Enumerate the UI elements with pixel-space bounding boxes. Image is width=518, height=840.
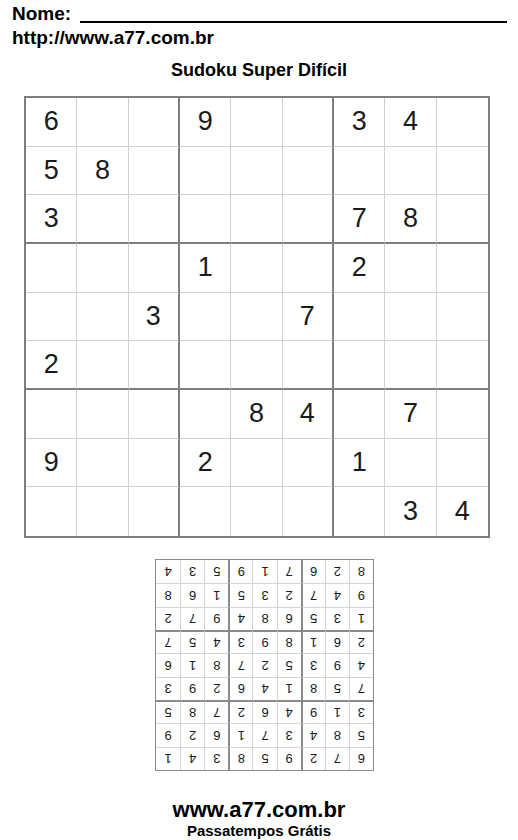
cell-r5c6: 7 xyxy=(283,293,334,342)
cell-r5c4[interactable] xyxy=(180,293,231,342)
solution-cell-r4c7: 2 xyxy=(204,677,228,700)
solution-cell-r6c5: 9 xyxy=(252,630,276,653)
cell-r4c7: 2 xyxy=(334,244,385,293)
solution-cell-r8c9: 8 xyxy=(156,583,180,606)
solution-cell-r3c9: 5 xyxy=(156,700,180,723)
cell-r4c4: 1 xyxy=(180,244,231,293)
solution-cell-r9c5: 1 xyxy=(252,560,276,583)
cell-r6c1: 2 xyxy=(26,341,77,390)
name-label: Nome: xyxy=(12,3,71,24)
cell-r7c8: 7 xyxy=(385,390,436,439)
cell-r9c2[interactable] xyxy=(77,487,128,536)
solution-cell-r9c8: 3 xyxy=(180,560,204,583)
solution-cell-r7c9: 2 xyxy=(156,607,180,630)
cell-r9c8: 3 xyxy=(385,487,436,536)
cell-r6c4[interactable] xyxy=(180,341,231,390)
solution-cell-r8c4: 2 xyxy=(277,583,301,606)
solution-cell-r4c3: 8 xyxy=(301,677,325,700)
solution-cell-r4c4: 1 xyxy=(277,677,301,700)
cell-r4c3[interactable] xyxy=(129,244,180,293)
solution-cell-r9c7: 5 xyxy=(204,560,228,583)
cell-r4c2[interactable] xyxy=(77,244,128,293)
solution-cell-r9c6: 9 xyxy=(228,560,252,583)
cell-r7c7[interactable] xyxy=(334,390,385,439)
cell-r4c8[interactable] xyxy=(385,244,436,293)
solution-cell-r6c6: 3 xyxy=(228,630,252,653)
solution-cell-r7c5: 8 xyxy=(252,607,276,630)
solution-cell-r8c7: 1 xyxy=(204,583,228,606)
cell-r6c7[interactable] xyxy=(334,341,385,390)
solution-cell-r7c7: 9 xyxy=(204,607,228,630)
solution-cell-r8c8: 6 xyxy=(180,583,204,606)
solution-cell-r5c7: 8 xyxy=(204,653,228,676)
footer-site: www.a77.com.br xyxy=(0,797,518,823)
cell-r8c2[interactable] xyxy=(77,439,128,488)
solution-cell-r9c9: 4 xyxy=(156,560,180,583)
solution-cell-r3c1: 3 xyxy=(349,700,373,723)
solution-cell-r9c4: 7 xyxy=(277,560,301,583)
cell-r7c2[interactable] xyxy=(77,390,128,439)
cell-r5c1[interactable] xyxy=(26,293,77,342)
cell-r9c5[interactable] xyxy=(231,487,282,536)
cell-r3c7: 7 xyxy=(334,195,385,244)
cell-r3c9[interactable] xyxy=(437,195,488,244)
solution-cell-r4c1: 7 xyxy=(349,677,373,700)
cell-r6c2[interactable] xyxy=(77,341,128,390)
solution-cell-r1c2: 7 xyxy=(325,747,349,770)
site-url: http://www.a77.com.br xyxy=(12,27,214,49)
cell-r8c7: 1 xyxy=(334,439,385,488)
solution-cell-r1c4: 9 xyxy=(277,747,301,770)
cell-r3c4[interactable] xyxy=(180,195,231,244)
solution-cell-r1c8: 4 xyxy=(180,747,204,770)
cell-r9c6[interactable] xyxy=(283,487,334,536)
solution-cell-r7c2: 3 xyxy=(325,607,349,630)
cell-r9c7[interactable] xyxy=(334,487,385,536)
cell-r8c1: 9 xyxy=(26,439,77,488)
cell-r8c6[interactable] xyxy=(283,439,334,488)
cell-r7c3[interactable] xyxy=(129,390,180,439)
cell-r1c3[interactable] xyxy=(129,98,180,147)
solution-cell-r5c3: 3 xyxy=(301,653,325,676)
solution-cell-r4c9: 3 xyxy=(156,677,180,700)
cell-r9c1[interactable] xyxy=(26,487,77,536)
solution-cell-r7c4: 6 xyxy=(277,607,301,630)
solution-cell-r2c3: 4 xyxy=(301,723,325,746)
solution-cell-r9c3: 6 xyxy=(301,560,325,583)
cell-r2c2: 8 xyxy=(77,147,128,196)
cell-r8c5[interactable] xyxy=(231,439,282,488)
solution-cell-r3c2: 1 xyxy=(325,700,349,723)
cell-r3c6[interactable] xyxy=(283,195,334,244)
solution-cell-r5c9: 6 xyxy=(156,653,180,676)
solution-cell-r4c5: 4 xyxy=(252,677,276,700)
solution-cell-r1c9: 1 xyxy=(156,747,180,770)
solution-cell-r7c3: 5 xyxy=(301,607,325,630)
cell-r1c5[interactable] xyxy=(231,98,282,147)
cell-r2c6[interactable] xyxy=(283,147,334,196)
solution-board: 6729583415843716293194627857581462934935… xyxy=(155,559,374,771)
cell-r2c1: 5 xyxy=(26,147,77,196)
cell-r3c2[interactable] xyxy=(77,195,128,244)
solution-cell-r2c8: 2 xyxy=(180,723,204,746)
cell-r2c4[interactable] xyxy=(180,147,231,196)
solution-cell-r8c3: 7 xyxy=(301,583,325,606)
cell-r7c1[interactable] xyxy=(26,390,77,439)
solution-cell-r1c3: 2 xyxy=(301,747,325,770)
name-row: Nome: xyxy=(12,3,507,24)
solution-cell-r2c7: 6 xyxy=(204,723,228,746)
name-blank-line xyxy=(80,21,507,23)
solution-cell-r1c6: 8 xyxy=(228,747,252,770)
solution-cell-r9c1: 8 xyxy=(349,560,373,583)
cell-r4c9[interactable] xyxy=(437,244,488,293)
cell-r1c4: 9 xyxy=(180,98,231,147)
cell-r4c6[interactable] xyxy=(283,244,334,293)
solution-cell-r3c5: 6 xyxy=(252,700,276,723)
cell-r5c3: 3 xyxy=(129,293,180,342)
solution-cell-r2c9: 9 xyxy=(156,723,180,746)
cell-r1c7: 3 xyxy=(334,98,385,147)
cell-r9c9: 4 xyxy=(437,487,488,536)
cell-r3c5[interactable] xyxy=(231,195,282,244)
page-title: Sudoku Super Difícil xyxy=(0,60,518,81)
cell-r9c3[interactable] xyxy=(129,487,180,536)
solution-cell-r5c8: 1 xyxy=(180,653,204,676)
cell-r6c3[interactable] xyxy=(129,341,180,390)
cell-r6c8[interactable] xyxy=(385,341,436,390)
cell-r7c4[interactable] xyxy=(180,390,231,439)
solution-cell-r4c6: 6 xyxy=(228,677,252,700)
cell-r4c5[interactable] xyxy=(231,244,282,293)
sudoku-board: 6934583781237284792134 xyxy=(24,96,490,538)
solution-cell-r2c5: 7 xyxy=(252,723,276,746)
solution-cell-r7c6: 4 xyxy=(228,607,252,630)
solution-cell-r8c2: 4 xyxy=(325,583,349,606)
solution-cell-r6c9: 7 xyxy=(156,630,180,653)
cell-r3c1: 3 xyxy=(26,195,77,244)
cell-r8c4: 2 xyxy=(180,439,231,488)
cell-r7c6: 4 xyxy=(283,390,334,439)
solution-cell-r6c3: 1 xyxy=(301,630,325,653)
cell-r5c5[interactable] xyxy=(231,293,282,342)
solution-cell-r9c2: 2 xyxy=(325,560,349,583)
solution-cell-r2c4: 3 xyxy=(277,723,301,746)
footer-tagline: Passatempos Grátis xyxy=(0,822,518,839)
cell-r7c9[interactable] xyxy=(437,390,488,439)
solution-cell-r7c8: 7 xyxy=(180,607,204,630)
solution-cell-r6c4: 8 xyxy=(277,630,301,653)
solution-cell-r6c2: 6 xyxy=(325,630,349,653)
cell-r3c3[interactable] xyxy=(129,195,180,244)
solution-cell-r3c4: 4 xyxy=(277,700,301,723)
cell-r2c9[interactable] xyxy=(437,147,488,196)
solution-cell-r5c2: 9 xyxy=(325,653,349,676)
cell-r9c4[interactable] xyxy=(180,487,231,536)
solution-cell-r3c3: 9 xyxy=(301,700,325,723)
cell-r5c7[interactable] xyxy=(334,293,385,342)
cell-r1c9[interactable] xyxy=(437,98,488,147)
solution-cell-r5c1: 4 xyxy=(349,653,373,676)
solution-cell-r8c5: 3 xyxy=(252,583,276,606)
cell-r4c1[interactable] xyxy=(26,244,77,293)
cell-r7c5: 8 xyxy=(231,390,282,439)
cell-r1c6[interactable] xyxy=(283,98,334,147)
solution-cell-r6c7: 4 xyxy=(204,630,228,653)
solution-cell-r3c6: 2 xyxy=(228,700,252,723)
solution-cell-r1c1: 6 xyxy=(349,747,373,770)
cell-r1c8: 4 xyxy=(385,98,436,147)
solution-cell-r5c5: 2 xyxy=(252,653,276,676)
cell-r2c5[interactable] xyxy=(231,147,282,196)
solution-cell-r2c2: 8 xyxy=(325,723,349,746)
solution-cell-r6c8: 5 xyxy=(180,630,204,653)
cell-r5c9[interactable] xyxy=(437,293,488,342)
solution-cell-r7c1: 1 xyxy=(349,607,373,630)
cell-r6c6[interactable] xyxy=(283,341,334,390)
cell-r1c1: 6 xyxy=(26,98,77,147)
cell-r8c9[interactable] xyxy=(437,439,488,488)
solution-cell-r3c7: 7 xyxy=(204,700,228,723)
solution-cell-r5c4: 5 xyxy=(277,653,301,676)
solution-cell-r1c7: 3 xyxy=(204,747,228,770)
solution-cell-r6c1: 2 xyxy=(349,630,373,653)
solution-cell-r2c1: 5 xyxy=(349,723,373,746)
cell-r8c8[interactable] xyxy=(385,439,436,488)
solution-cell-r5c6: 7 xyxy=(228,653,252,676)
solution-cell-r2c6: 1 xyxy=(228,723,252,746)
cell-r2c3[interactable] xyxy=(129,147,180,196)
cell-r6c5[interactable] xyxy=(231,341,282,390)
cell-r2c8[interactable] xyxy=(385,147,436,196)
cell-r5c8[interactable] xyxy=(385,293,436,342)
solution-cell-r8c6: 5 xyxy=(228,583,252,606)
solution-cell-r4c2: 5 xyxy=(325,677,349,700)
cell-r2c7[interactable] xyxy=(334,147,385,196)
cell-r3c8: 8 xyxy=(385,195,436,244)
cell-r5c2[interactable] xyxy=(77,293,128,342)
solution-cell-r3c8: 8 xyxy=(180,700,204,723)
solution-cell-r1c5: 5 xyxy=(252,747,276,770)
solution-cell-r4c8: 9 xyxy=(180,677,204,700)
solution-cell-r8c1: 9 xyxy=(349,583,373,606)
cell-r6c9[interactable] xyxy=(437,341,488,390)
cell-r8c3[interactable] xyxy=(129,439,180,488)
cell-r1c2[interactable] xyxy=(77,98,128,147)
